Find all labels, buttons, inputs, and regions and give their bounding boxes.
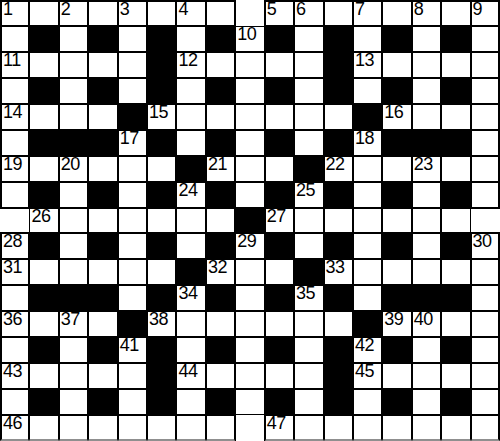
white-cell-r0c11[interactable] <box>324 0 353 26</box>
clue-number-35: 35 <box>296 284 315 302</box>
black-cell-r5c3 <box>88 130 117 156</box>
white-cell-r2c2[interactable] <box>59 52 88 78</box>
white-cell-r2c3[interactable] <box>88 52 117 78</box>
white-cell-r15c12[interactable] <box>353 389 382 415</box>
white-cell-r5c0[interactable] <box>0 130 29 156</box>
white-cell-r10c16[interactable] <box>471 259 500 285</box>
black-cell-r1c13 <box>382 26 411 52</box>
white-cell-r4c13[interactable]: 16 <box>382 104 411 130</box>
white-cell-r2c1[interactable] <box>29 52 58 78</box>
white-cell-r16c12[interactable] <box>353 415 382 441</box>
black-cell-r10c10 <box>294 259 323 285</box>
clue-number-9: 9 <box>473 0 483 18</box>
clue-number-22: 22 <box>326 155 345 173</box>
white-cell-r6c13[interactable] <box>382 156 411 182</box>
black-cell-r7c7 <box>206 182 235 208</box>
clue-number-47: 47 <box>267 414 286 432</box>
white-cell-r13c12[interactable]: 42 <box>353 337 382 363</box>
white-cell-r12c1[interactable] <box>29 311 58 337</box>
clue-number-15: 15 <box>149 103 168 121</box>
white-cell-r9c14[interactable] <box>412 233 441 259</box>
clue-number-24: 24 <box>178 181 197 199</box>
white-cell-r4c10[interactable] <box>294 104 323 130</box>
white-cell-r4c14[interactable] <box>412 104 441 130</box>
open-edge-cell-r8c0 <box>0 208 29 234</box>
white-cell-r7c6[interactable]: 24 <box>176 182 205 208</box>
white-cell-r7c0[interactable] <box>0 182 29 208</box>
white-cell-r12c8[interactable] <box>235 311 264 337</box>
clue-number-3: 3 <box>120 0 130 18</box>
white-cell-r11c4[interactable] <box>118 285 147 311</box>
white-cell-r16c11[interactable] <box>324 415 353 441</box>
white-cell-r4c5[interactable]: 15 <box>147 104 176 130</box>
white-cell-r0c16[interactable]: 9 <box>471 0 500 26</box>
black-cell-r13c13 <box>382 337 411 363</box>
clue-number-18: 18 <box>355 129 374 147</box>
black-cell-r1c11 <box>324 26 353 52</box>
white-cell-r9c6[interactable] <box>176 233 205 259</box>
white-cell-r1c14[interactable] <box>412 26 441 52</box>
black-cell-r11c14 <box>412 285 441 311</box>
black-cell-r13c11 <box>324 337 353 363</box>
white-cell-r0c14[interactable]: 8 <box>412 0 441 26</box>
clue-number-17: 17 <box>120 129 139 147</box>
black-cell-r13c3 <box>88 337 117 363</box>
white-cell-r11c10[interactable]: 35 <box>294 285 323 311</box>
clue-number-41: 41 <box>120 336 139 354</box>
white-cell-r16c15[interactable] <box>441 415 470 441</box>
white-cell-r6c0[interactable]: 19 <box>0 156 29 182</box>
white-cell-r10c2[interactable] <box>59 259 88 285</box>
black-cell-r2c11 <box>324 52 353 78</box>
white-cell-r14c3[interactable] <box>88 363 117 389</box>
white-cell-r2c0[interactable]: 11 <box>0 52 29 78</box>
white-cell-r1c0[interactable] <box>0 26 29 52</box>
white-cell-r2c15[interactable] <box>441 52 470 78</box>
clue-number-27: 27 <box>267 207 286 225</box>
white-cell-r7c14[interactable] <box>412 182 441 208</box>
black-cell-r15c13 <box>382 389 411 415</box>
clue-number-32: 32 <box>208 258 227 276</box>
clue-number-30: 30 <box>473 232 492 250</box>
white-cell-r13c6[interactable] <box>176 337 205 363</box>
white-cell-r0c12[interactable]: 7 <box>353 0 382 26</box>
clue-number-14: 14 <box>3 103 22 121</box>
open-edge-cell-r0c8 <box>235 0 264 26</box>
black-cell-r7c1 <box>29 182 58 208</box>
clue-number-31: 31 <box>3 258 22 276</box>
white-cell-r8c15[interactable] <box>441 208 470 234</box>
white-cell-r15c14[interactable] <box>412 389 441 415</box>
white-cell-r12c15[interactable] <box>441 311 470 337</box>
black-cell-r14c5 <box>147 363 176 389</box>
white-cell-r1c12[interactable] <box>353 26 382 52</box>
white-cell-r5c12[interactable]: 18 <box>353 130 382 156</box>
white-cell-r8c13[interactable] <box>382 208 411 234</box>
clue-number-11: 11 <box>3 51 21 69</box>
white-cell-r0c10[interactable]: 6 <box>294 0 323 26</box>
white-cell-r4c9[interactable] <box>265 104 294 130</box>
white-cell-r8c3[interactable] <box>88 208 117 234</box>
white-cell-r15c2[interactable] <box>59 389 88 415</box>
white-cell-r12c13[interactable]: 39 <box>382 311 411 337</box>
white-cell-r10c3[interactable] <box>88 259 117 285</box>
white-cell-r2c13[interactable] <box>382 52 411 78</box>
clue-number-33: 33 <box>326 258 345 276</box>
white-cell-r3c16[interactable] <box>471 78 500 104</box>
open-edge-cell-r8c16 <box>471 208 500 234</box>
white-cell-r8c4[interactable] <box>118 208 147 234</box>
clue-number-8: 8 <box>414 0 424 18</box>
white-cell-r10c14[interactable] <box>412 259 441 285</box>
white-cell-r7c8[interactable] <box>235 182 264 208</box>
white-cell-r0c6[interactable]: 4 <box>176 0 205 26</box>
white-cell-r13c10[interactable] <box>294 337 323 363</box>
white-cell-r3c8[interactable] <box>235 78 264 104</box>
white-cell-r16c10[interactable] <box>294 415 323 441</box>
white-cell-r7c2[interactable] <box>59 182 88 208</box>
white-cell-r9c12[interactable] <box>353 233 382 259</box>
white-cell-r10c0[interactable]: 31 <box>0 259 29 285</box>
white-cell-r4c7[interactable] <box>206 104 235 130</box>
white-cell-r2c6[interactable]: 12 <box>176 52 205 78</box>
white-cell-r14c13[interactable] <box>382 363 411 389</box>
white-cell-r13c14[interactable] <box>412 337 441 363</box>
white-cell-r10c1[interactable] <box>29 259 58 285</box>
white-cell-r8c2[interactable] <box>59 208 88 234</box>
white-cell-r16c1[interactable] <box>29 415 58 441</box>
white-cell-r5c16[interactable] <box>471 130 500 156</box>
clue-number-29: 29 <box>237 232 256 250</box>
white-cell-r3c14[interactable] <box>412 78 441 104</box>
white-cell-r0c1[interactable] <box>29 0 58 26</box>
black-cell-r5c2 <box>59 130 88 156</box>
white-cell-r0c15[interactable] <box>441 0 470 26</box>
black-cell-r15c9 <box>265 389 294 415</box>
clue-number-20: 20 <box>61 155 80 173</box>
white-cell-r8c11[interactable] <box>324 208 353 234</box>
white-cell-r12c2[interactable]: 37 <box>59 311 88 337</box>
white-cell-r6c3[interactable] <box>88 156 117 182</box>
clue-number-45: 45 <box>355 362 374 380</box>
white-cell-r16c6[interactable] <box>176 415 205 441</box>
white-cell-r3c2[interactable] <box>59 78 88 104</box>
white-cell-r14c2[interactable] <box>59 363 88 389</box>
white-cell-r10c5[interactable] <box>147 259 176 285</box>
black-cell-r9c3 <box>88 233 117 259</box>
white-cell-r14c7[interactable] <box>206 363 235 389</box>
white-cell-r7c4[interactable] <box>118 182 147 208</box>
white-cell-r12c7[interactable] <box>206 311 235 337</box>
black-cell-r1c5 <box>147 26 176 52</box>
white-cell-r2c16[interactable] <box>471 52 500 78</box>
white-cell-r8c6[interactable] <box>176 208 205 234</box>
white-cell-r16c9[interactable]: 47 <box>265 415 294 441</box>
white-cell-r10c7[interactable]: 32 <box>206 259 235 285</box>
black-cell-r13c1 <box>29 337 58 363</box>
white-cell-r2c12[interactable]: 13 <box>353 52 382 78</box>
clue-number-46: 46 <box>3 414 22 432</box>
white-cell-r14c16[interactable] <box>471 363 500 389</box>
white-cell-r14c6[interactable]: 44 <box>176 363 205 389</box>
black-cell-r3c11 <box>324 78 353 104</box>
black-cell-r5c13 <box>382 130 411 156</box>
white-cell-r3c12[interactable] <box>353 78 382 104</box>
clue-number-4: 4 <box>178 0 188 18</box>
white-cell-r0c7[interactable] <box>206 0 235 26</box>
white-cell-r4c11[interactable] <box>324 104 353 130</box>
white-cell-r0c13[interactable] <box>382 0 411 26</box>
black-cell-r11c11 <box>324 285 353 311</box>
white-cell-r14c1[interactable] <box>29 363 58 389</box>
white-cell-r8c1[interactable]: 26 <box>29 208 58 234</box>
white-cell-r1c2[interactable] <box>59 26 88 52</box>
white-cell-r15c10[interactable] <box>294 389 323 415</box>
white-cell-r16c16[interactable] <box>471 415 500 441</box>
white-cell-r2c10[interactable] <box>294 52 323 78</box>
white-cell-r14c12[interactable]: 45 <box>353 363 382 389</box>
white-cell-r12c9[interactable] <box>265 311 294 337</box>
white-cell-r1c10[interactable] <box>294 26 323 52</box>
white-cell-r5c10[interactable] <box>294 130 323 156</box>
black-cell-r1c7 <box>206 26 235 52</box>
white-cell-r6c9[interactable] <box>265 156 294 182</box>
white-cell-r16c0[interactable]: 46 <box>0 415 29 441</box>
white-cell-r0c0[interactable]: 1 <box>0 0 29 26</box>
black-cell-r12c4 <box>118 311 147 337</box>
white-cell-r16c14[interactable] <box>412 415 441 441</box>
clue-number-23: 23 <box>414 155 433 173</box>
white-cell-r4c8[interactable] <box>235 104 264 130</box>
white-cell-r12c16[interactable] <box>471 311 500 337</box>
white-cell-r10c11[interactable]: 33 <box>324 259 353 285</box>
white-cell-r13c16[interactable] <box>471 337 500 363</box>
clue-number-28: 28 <box>3 232 22 250</box>
black-cell-r7c15 <box>441 182 470 208</box>
black-cell-r9c7 <box>206 233 235 259</box>
clue-number-25: 25 <box>296 181 315 199</box>
black-cell-r9c13 <box>382 233 411 259</box>
white-cell-r16c3[interactable] <box>88 415 117 441</box>
white-cell-r8c5[interactable] <box>147 208 176 234</box>
white-cell-r9c0[interactable]: 28 <box>0 233 29 259</box>
clue-number-26: 26 <box>31 207 50 225</box>
white-cell-r14c9[interactable] <box>265 363 294 389</box>
white-cell-r14c15[interactable] <box>441 363 470 389</box>
black-cell-r11c9 <box>265 285 294 311</box>
clue-number-36: 36 <box>3 310 22 328</box>
white-cell-r6c15[interactable] <box>441 156 470 182</box>
white-cell-r9c8[interactable]: 29 <box>235 233 264 259</box>
white-cell-r15c4[interactable] <box>118 389 147 415</box>
clue-number-16: 16 <box>384 103 403 121</box>
white-cell-r7c12[interactable] <box>353 182 382 208</box>
white-cell-r9c16[interactable]: 30 <box>471 233 500 259</box>
black-cell-r3c9 <box>265 78 294 104</box>
black-cell-r7c5 <box>147 182 176 208</box>
black-cell-r3c13 <box>382 78 411 104</box>
white-cell-r6c14[interactable]: 23 <box>412 156 441 182</box>
black-cell-r7c9 <box>265 182 294 208</box>
white-cell-r10c12[interactable] <box>353 259 382 285</box>
white-cell-r12c0[interactable]: 36 <box>0 311 29 337</box>
clue-number-7: 7 <box>355 0 365 18</box>
white-cell-r12c14[interactable]: 40 <box>412 311 441 337</box>
black-cell-r11c13 <box>382 285 411 311</box>
black-cell-r5c7 <box>206 130 235 156</box>
white-cell-r8c14[interactable] <box>412 208 441 234</box>
white-cell-r3c6[interactable] <box>176 78 205 104</box>
white-cell-r4c6[interactable] <box>176 104 205 130</box>
white-cell-r8c7[interactable] <box>206 208 235 234</box>
white-cell-r14c0[interactable]: 43 <box>0 363 29 389</box>
white-cell-r10c4[interactable] <box>118 259 147 285</box>
white-cell-r14c10[interactable] <box>294 363 323 389</box>
clue-number-2: 2 <box>61 0 71 18</box>
white-cell-r10c15[interactable] <box>441 259 470 285</box>
white-cell-r16c7[interactable] <box>206 415 235 441</box>
white-cell-r14c14[interactable] <box>412 363 441 389</box>
white-cell-r12c11[interactable] <box>324 311 353 337</box>
white-cell-r2c7[interactable] <box>206 52 235 78</box>
clue-number-40: 40 <box>414 310 433 328</box>
white-cell-r4c3[interactable] <box>88 104 117 130</box>
black-cell-r5c9 <box>265 130 294 156</box>
black-cell-r15c5 <box>147 389 176 415</box>
black-cell-r11c7 <box>206 285 235 311</box>
white-cell-r1c8[interactable]: 10 <box>235 26 264 52</box>
white-cell-r16c5[interactable] <box>147 415 176 441</box>
white-cell-r3c4[interactable] <box>118 78 147 104</box>
white-cell-r4c15[interactable] <box>441 104 470 130</box>
crossword-grid: 1234567891011121314151617181920212223242… <box>0 0 500 441</box>
white-cell-r13c8[interactable] <box>235 337 264 363</box>
white-cell-r15c6[interactable] <box>176 389 205 415</box>
white-cell-r5c6[interactable] <box>176 130 205 156</box>
white-cell-r5c8[interactable] <box>235 130 264 156</box>
white-cell-r0c4[interactable]: 3 <box>118 0 147 26</box>
white-cell-r11c6[interactable]: 34 <box>176 285 205 311</box>
white-cell-r6c2[interactable]: 20 <box>59 156 88 182</box>
white-cell-r12c10[interactable] <box>294 311 323 337</box>
white-cell-r11c8[interactable] <box>235 285 264 311</box>
white-cell-r6c16[interactable] <box>471 156 500 182</box>
white-cell-r3c10[interactable] <box>294 78 323 104</box>
white-cell-r16c2[interactable] <box>59 415 88 441</box>
clue-number-39: 39 <box>384 310 403 328</box>
black-cell-r15c1 <box>29 389 58 415</box>
white-cell-r6c7[interactable]: 21 <box>206 156 235 182</box>
white-cell-r15c8[interactable] <box>235 389 264 415</box>
white-cell-r6c1[interactable] <box>29 156 58 182</box>
white-cell-r16c13[interactable] <box>382 415 411 441</box>
clue-number-43: 43 <box>3 362 22 380</box>
white-cell-r2c4[interactable] <box>118 52 147 78</box>
white-cell-r2c14[interactable] <box>412 52 441 78</box>
white-cell-r11c0[interactable] <box>0 285 29 311</box>
white-cell-r4c1[interactable] <box>29 104 58 130</box>
black-cell-r11c5 <box>147 285 176 311</box>
black-cell-r15c15 <box>441 389 470 415</box>
black-cell-r15c3 <box>88 389 117 415</box>
white-cell-r13c0[interactable] <box>0 337 29 363</box>
white-cell-r6c11[interactable]: 22 <box>324 156 353 182</box>
black-cell-r7c13 <box>382 182 411 208</box>
white-cell-r7c16[interactable] <box>471 182 500 208</box>
white-cell-r14c4[interactable] <box>118 363 147 389</box>
white-cell-r6c12[interactable] <box>353 156 382 182</box>
white-cell-r4c2[interactable] <box>59 104 88 130</box>
white-cell-r4c16[interactable] <box>471 104 500 130</box>
clue-number-12: 12 <box>178 51 197 69</box>
clue-number-21: 21 <box>208 155 227 173</box>
black-cell-r5c15 <box>441 130 470 156</box>
white-cell-r0c9[interactable]: 5 <box>265 0 294 26</box>
white-cell-r10c8[interactable] <box>235 259 264 285</box>
white-cell-r1c16[interactable] <box>471 26 500 52</box>
white-cell-r0c3[interactable] <box>88 0 117 26</box>
white-cell-r12c6[interactable] <box>176 311 205 337</box>
white-cell-r1c6[interactable] <box>176 26 205 52</box>
clue-number-10: 10 <box>237 25 256 43</box>
black-cell-r5c14 <box>412 130 441 156</box>
white-cell-r10c13[interactable] <box>382 259 411 285</box>
white-cell-r0c5[interactable] <box>147 0 176 26</box>
white-cell-r0c2[interactable]: 2 <box>59 0 88 26</box>
white-cell-r16c4[interactable] <box>118 415 147 441</box>
black-cell-r3c15 <box>441 78 470 104</box>
white-cell-r15c16[interactable] <box>471 389 500 415</box>
clue-number-1: 1 <box>3 0 13 18</box>
black-cell-r5c1 <box>29 130 58 156</box>
white-cell-r8c9[interactable]: 27 <box>265 208 294 234</box>
white-cell-r5c4[interactable]: 17 <box>118 130 147 156</box>
white-cell-r12c3[interactable] <box>88 311 117 337</box>
white-cell-r2c8[interactable] <box>235 52 264 78</box>
white-cell-r2c9[interactable] <box>265 52 294 78</box>
white-cell-r9c10[interactable] <box>294 233 323 259</box>
white-cell-r13c4[interactable]: 41 <box>118 337 147 363</box>
white-cell-r15c0[interactable] <box>0 389 29 415</box>
clue-number-44: 44 <box>178 362 197 380</box>
white-cell-r4c0[interactable]: 14 <box>0 104 29 130</box>
white-cell-r11c12[interactable] <box>353 285 382 311</box>
clue-number-13: 13 <box>355 51 374 69</box>
black-cell-r13c15 <box>441 337 470 363</box>
black-cell-r5c11 <box>324 130 353 156</box>
white-cell-r6c8[interactable] <box>235 156 264 182</box>
white-cell-r14c8[interactable] <box>235 363 264 389</box>
white-cell-r3c0[interactable] <box>0 78 29 104</box>
white-cell-r8c10[interactable] <box>294 208 323 234</box>
black-cell-r3c5 <box>147 78 176 104</box>
white-cell-r9c2[interactable] <box>59 233 88 259</box>
black-cell-r6c10 <box>294 156 323 182</box>
white-cell-r11c16[interactable] <box>471 285 500 311</box>
black-cell-r11c1 <box>29 285 58 311</box>
white-cell-r13c2[interactable] <box>59 337 88 363</box>
white-cell-r10c9[interactable] <box>265 259 294 285</box>
white-cell-r8c12[interactable] <box>353 208 382 234</box>
black-cell-r13c7 <box>206 337 235 363</box>
white-cell-r6c5[interactable] <box>147 156 176 182</box>
white-cell-r1c4[interactable] <box>118 26 147 52</box>
crossword-puzzle: 1234567891011121314151617181920212223242… <box>0 0 500 441</box>
white-cell-r7c10[interactable]: 25 <box>294 182 323 208</box>
white-cell-r9c4[interactable] <box>118 233 147 259</box>
white-cell-r12c5[interactable]: 38 <box>147 311 176 337</box>
white-cell-r6c4[interactable] <box>118 156 147 182</box>
